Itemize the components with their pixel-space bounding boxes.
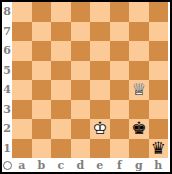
square-h3[interactable] <box>149 100 169 120</box>
rank-label-7: 7 <box>2 22 12 42</box>
rank-label-6: 6 <box>2 41 12 61</box>
square-g2[interactable]: ♚ <box>129 119 149 139</box>
square-c2[interactable] <box>51 119 71 139</box>
square-d4[interactable] <box>71 80 91 100</box>
square-h1[interactable]: ♛ <box>149 139 169 159</box>
square-e6[interactable] <box>90 41 110 61</box>
file-label-c: c <box>51 158 71 172</box>
square-f4[interactable] <box>110 80 130 100</box>
square-d5[interactable] <box>71 61 91 81</box>
square-a4[interactable] <box>12 80 32 100</box>
square-c5[interactable] <box>51 61 71 81</box>
square-e3[interactable] <box>90 100 110 120</box>
square-b7[interactable] <box>32 22 52 42</box>
square-c8[interactable] <box>51 2 71 22</box>
square-e1[interactable] <box>90 139 110 159</box>
black-king-icon[interactable]: ♚ <box>129 119 149 139</box>
rank-label-3: 3 <box>2 100 12 120</box>
file-label-f: f <box>110 158 130 172</box>
square-b5[interactable] <box>32 61 52 81</box>
turn-indicator-area <box>2 158 12 172</box>
chess-board: 87654♛♕32♚♔♚1♛abcdefgh <box>2 2 170 172</box>
square-g1[interactable] <box>129 139 149 159</box>
file-label-e: e <box>90 158 110 172</box>
square-f2[interactable] <box>110 119 130 139</box>
square-e5[interactable] <box>90 61 110 81</box>
square-f3[interactable] <box>110 100 130 120</box>
black-queen-fill-glyph: ♛ <box>149 139 169 159</box>
square-a7[interactable] <box>12 22 32 42</box>
white-queen-outline-glyph: ♕ <box>129 80 149 100</box>
square-f6[interactable] <box>110 41 130 61</box>
square-d3[interactable] <box>71 100 91 120</box>
square-a3[interactable] <box>12 100 32 120</box>
file-label-g: g <box>129 158 149 172</box>
square-d8[interactable] <box>71 2 91 22</box>
square-d7[interactable] <box>71 22 91 42</box>
square-g6[interactable] <box>129 41 149 61</box>
square-a8[interactable] <box>12 2 32 22</box>
square-h7[interactable] <box>149 22 169 42</box>
white-king-icon[interactable]: ♚♔ <box>90 119 110 139</box>
square-g4[interactable]: ♛♕ <box>129 80 149 100</box>
square-e2[interactable]: ♚♔ <box>90 119 110 139</box>
black-queen-icon[interactable]: ♛ <box>149 139 169 159</box>
square-b4[interactable] <box>32 80 52 100</box>
white-queen-icon[interactable]: ♛♕ <box>129 80 149 100</box>
square-f5[interactable] <box>110 61 130 81</box>
square-a6[interactable] <box>12 41 32 61</box>
square-e7[interactable] <box>90 22 110 42</box>
rank-label-5: 5 <box>2 61 12 81</box>
rank-label-1: 1 <box>2 139 12 159</box>
square-d6[interactable] <box>71 41 91 61</box>
square-f8[interactable] <box>110 2 130 22</box>
file-label-d: d <box>71 158 91 172</box>
square-b6[interactable] <box>32 41 52 61</box>
square-h2[interactable] <box>149 119 169 139</box>
rank-label-4: 4 <box>2 80 12 100</box>
chessboard-frame: 87654♛♕32♚♔♚1♛abcdefgh <box>0 0 172 174</box>
square-g3[interactable] <box>129 100 149 120</box>
square-h5[interactable] <box>149 61 169 81</box>
white-king-outline-glyph: ♔ <box>90 119 110 139</box>
black-king-fill-glyph: ♚ <box>129 119 149 139</box>
square-c3[interactable] <box>51 100 71 120</box>
square-d2[interactable] <box>71 119 91 139</box>
square-e8[interactable] <box>90 2 110 22</box>
square-f7[interactable] <box>110 22 130 42</box>
square-f1[interactable] <box>110 139 130 159</box>
square-b1[interactable] <box>32 139 52 159</box>
square-c1[interactable] <box>51 139 71 159</box>
rank-label-8: 8 <box>2 2 12 22</box>
square-a5[interactable] <box>12 61 32 81</box>
square-b3[interactable] <box>32 100 52 120</box>
rank-label-2: 2 <box>2 119 12 139</box>
square-g7[interactable] <box>129 22 149 42</box>
square-h8[interactable] <box>149 2 169 22</box>
file-label-a: a <box>12 158 32 172</box>
square-a1[interactable] <box>12 139 32 159</box>
square-b2[interactable] <box>32 119 52 139</box>
square-c7[interactable] <box>51 22 71 42</box>
file-label-h: h <box>149 158 169 172</box>
square-c6[interactable] <box>51 41 71 61</box>
square-g8[interactable] <box>129 2 149 22</box>
square-c4[interactable] <box>51 80 71 100</box>
file-label-b: b <box>32 158 52 172</box>
square-a2[interactable] <box>12 119 32 139</box>
square-b8[interactable] <box>32 2 52 22</box>
square-e4[interactable] <box>90 80 110 100</box>
square-h4[interactable] <box>149 80 169 100</box>
square-h6[interactable] <box>149 41 169 61</box>
square-g5[interactable] <box>129 61 149 81</box>
white-to-move-circle-icon <box>3 161 12 170</box>
square-d1[interactable] <box>71 139 91 159</box>
